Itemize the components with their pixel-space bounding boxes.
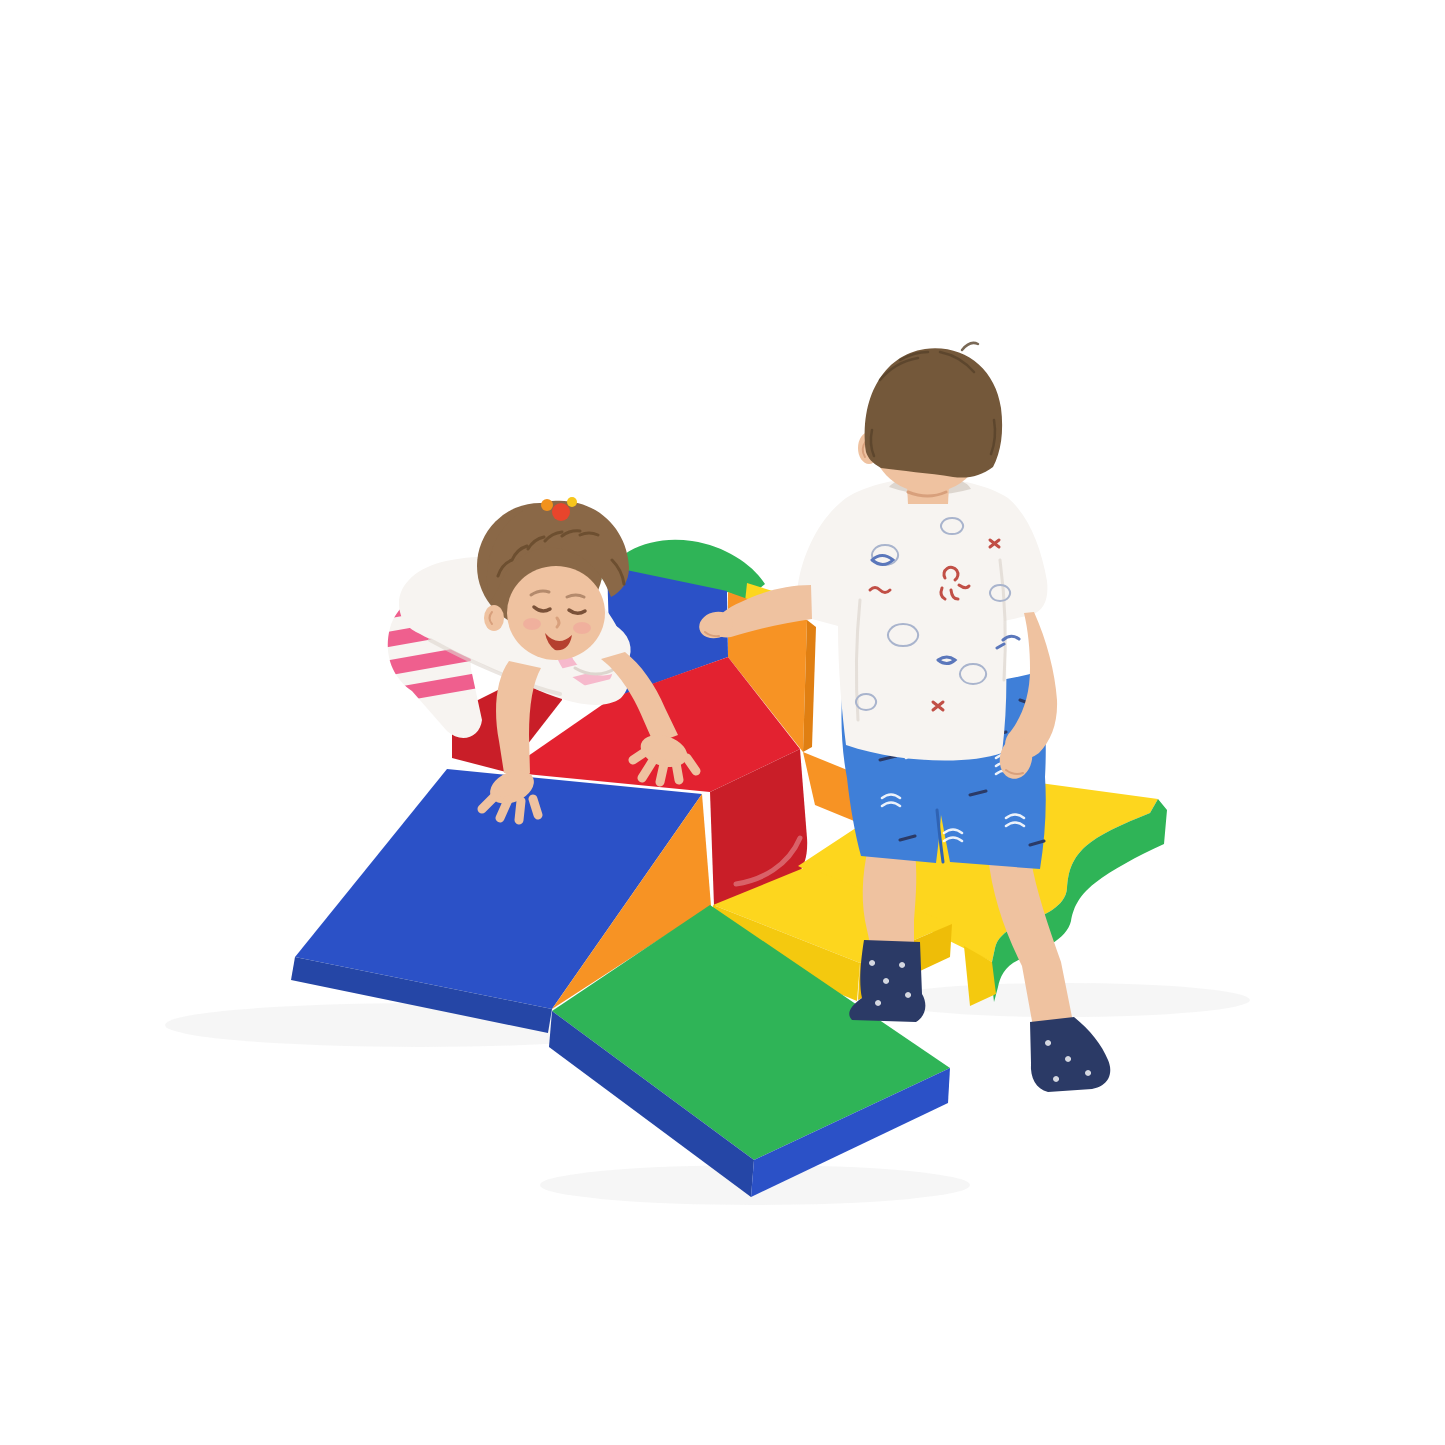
flower-clip: [541, 499, 553, 511]
flower-clip: [567, 497, 577, 507]
boy-head: [858, 343, 1002, 493]
flower-clip: [552, 503, 570, 521]
photo-stage: [0, 0, 1445, 1445]
boy-hair: [865, 348, 1002, 477]
girl-cheek: [523, 618, 541, 630]
girl-ear: [484, 605, 504, 631]
girl-cheek: [573, 622, 591, 634]
boy-right-sock: [1030, 1017, 1110, 1092]
product-photo: [0, 0, 1445, 1445]
